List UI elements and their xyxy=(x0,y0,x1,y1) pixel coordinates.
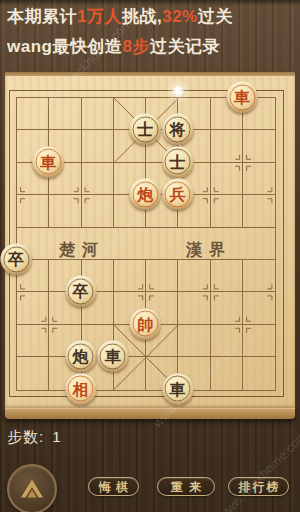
board-cell[interactable] xyxy=(211,163,243,195)
piece-soldier-red[interactable]: 兵 xyxy=(162,179,193,210)
board-cell[interactable] xyxy=(243,357,275,389)
board-top-edge xyxy=(5,72,295,76)
board-cell[interactable] xyxy=(49,98,81,130)
stats-text: 挑战, xyxy=(122,7,162,26)
board-cell[interactable] xyxy=(211,325,243,357)
board-cell[interactable] xyxy=(178,260,210,292)
board-cell[interactable] xyxy=(114,260,146,292)
piece-chariot-black[interactable]: 車 xyxy=(97,341,128,372)
piece-general-black[interactable]: 将 xyxy=(162,114,193,145)
board-cell[interactable] xyxy=(17,98,49,130)
piece-chariot-red[interactable]: 車 xyxy=(227,82,258,113)
board-cell[interactable] xyxy=(146,228,178,260)
board-cell[interactable] xyxy=(17,292,49,324)
board-cell[interactable] xyxy=(211,130,243,162)
board-cell[interactable] xyxy=(17,195,49,227)
step-counter-value: 1 xyxy=(52,428,61,445)
board-cell[interactable] xyxy=(211,292,243,324)
board-cell[interactable] xyxy=(243,163,275,195)
stats-text: 本期累计 xyxy=(7,7,77,26)
piece-elephant-red[interactable]: 相 xyxy=(65,373,96,404)
piece-chariot-black[interactable]: 車 xyxy=(162,373,193,404)
board-cell[interactable] xyxy=(178,228,210,260)
piece-general-red[interactable]: 帥 xyxy=(130,308,161,339)
step-counter-label: 步数: xyxy=(7,428,44,445)
undo-move-button[interactable]: 悔棋 xyxy=(88,477,139,496)
board-cell[interactable] xyxy=(82,228,114,260)
board-cell[interactable] xyxy=(17,357,49,389)
board-cell[interactable] xyxy=(178,292,210,324)
header-stats-line2: wang最快创造8步过关记录 xyxy=(7,35,220,58)
piece-advisor-black[interactable]: 士 xyxy=(130,114,161,145)
leaderboard-button[interactable]: 排行榜 xyxy=(228,477,289,496)
restart-button[interactable]: 重来 xyxy=(157,477,215,496)
board-cell[interactable] xyxy=(82,130,114,162)
piece-cannon-black[interactable]: 炮 xyxy=(65,341,96,372)
board-cell[interactable] xyxy=(211,357,243,389)
piece-soldier-black[interactable]: 卒 xyxy=(1,244,32,275)
board-cell[interactable] xyxy=(211,228,243,260)
board-cell[interactable] xyxy=(146,260,178,292)
board-cell[interactable] xyxy=(243,325,275,357)
stats-text: 过关 xyxy=(198,7,233,26)
board-cell[interactable] xyxy=(243,292,275,324)
xiangqi-app: www.hackhome.com www.hackhome.com www.ha… xyxy=(0,0,300,512)
board-cell[interactable] xyxy=(243,195,275,227)
record-steps: 8步 xyxy=(122,37,149,56)
watermark: www.hackhome.com xyxy=(215,428,300,512)
board-cell[interactable] xyxy=(178,325,210,357)
record-text: 过关记录 xyxy=(150,37,220,56)
board-cell[interactable] xyxy=(82,98,114,130)
piece-chariot-red[interactable]: 車 xyxy=(33,146,64,177)
board-cell[interactable] xyxy=(114,228,146,260)
board-front-edge xyxy=(5,408,295,419)
expand-button[interactable] xyxy=(7,464,57,512)
record-holder-text: wang最快创造 xyxy=(7,37,122,56)
board-cell[interactable] xyxy=(49,195,81,227)
stats-challengers-count: 1万人 xyxy=(77,7,122,26)
piece-cannon-red[interactable]: 炮 xyxy=(130,179,161,210)
board[interactable]: 楚河 漢界 車士将車士炮兵卒卒帥炮車相車 xyxy=(5,72,295,408)
board-cell[interactable] xyxy=(82,163,114,195)
board-cell[interactable] xyxy=(243,260,275,292)
board-cell[interactable] xyxy=(82,195,114,227)
piece-advisor-black[interactable]: 士 xyxy=(162,146,193,177)
board-cell[interactable] xyxy=(243,228,275,260)
board-cell[interactable] xyxy=(49,228,81,260)
board-cell[interactable] xyxy=(17,325,49,357)
step-counter: 步数:1 xyxy=(7,428,62,447)
stats-pass-rate: 32% xyxy=(162,7,198,26)
board-cell[interactable] xyxy=(243,130,275,162)
board-cell[interactable] xyxy=(211,260,243,292)
board-cell[interactable] xyxy=(211,195,243,227)
header-stats-line1: 本期累计1万人挑战,32%过关 xyxy=(7,5,233,28)
piece-soldier-black[interactable]: 卒 xyxy=(65,276,96,307)
